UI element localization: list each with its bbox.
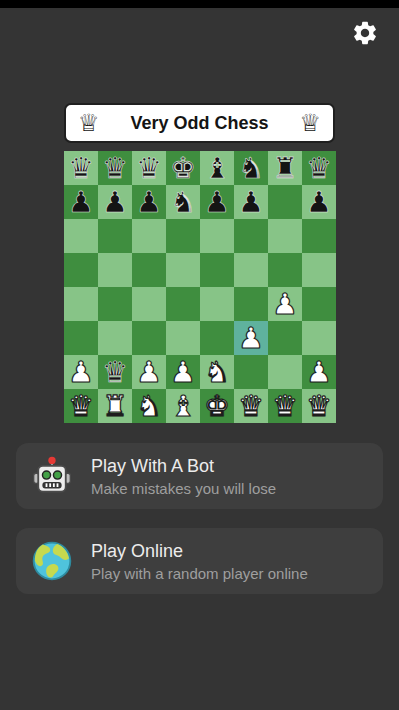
settings-gear-icon [351,33,379,50]
board-square-f6[interactable] [234,219,268,253]
board-square-d3[interactable] [166,321,200,355]
board-square-h7[interactable]: ♟ [302,185,336,219]
white-queen-piece: ♛ [306,389,332,423]
board-square-a4[interactable] [64,287,98,321]
robot-icon [30,454,74,498]
white-bishop-piece: ♝ [170,389,196,423]
board-square-a8[interactable]: ♛ [64,151,98,185]
white-pawn-piece: ♟ [272,287,298,321]
board-square-a3[interactable] [64,321,98,355]
board-square-a6[interactable] [64,219,98,253]
play-with-bot-button[interactable]: Play With A Bot Make mistakes you will l… [16,443,383,509]
white-queen-piece: ♛ [272,389,298,423]
play-online-button[interactable]: Play Online Play with a random player on… [16,528,383,594]
board-square-a7[interactable]: ♟ [64,185,98,219]
board-square-e3[interactable] [200,321,234,355]
board-square-b3[interactable] [98,321,132,355]
board-square-b8[interactable]: ♛ [98,151,132,185]
white-king-piece: ♚ [204,389,230,423]
board-square-h6[interactable] [302,219,336,253]
board-square-a1[interactable]: ♛ [64,389,98,423]
white-knight-piece: ♞ [136,389,162,423]
board-square-g6[interactable] [268,219,302,253]
board-square-h1[interactable]: ♛ [302,389,336,423]
black-pawn-piece: ♟ [306,185,332,219]
black-pawn-piece: ♟ [68,185,94,219]
board-square-f7[interactable]: ♟ [234,185,268,219]
board-square-e1[interactable]: ♚ [200,389,234,423]
board-square-h3[interactable] [302,321,336,355]
white-queen-piece: ♛ [238,389,264,423]
board-square-h4[interactable] [302,287,336,321]
board-square-g7[interactable] [268,185,302,219]
black-knight-piece: ♞ [238,151,264,185]
black-queen-piece: ♛ [306,151,332,185]
white-pawn-piece: ♟ [306,355,332,389]
board-square-f8[interactable]: ♞ [234,151,268,185]
board-square-e4[interactable] [200,287,234,321]
board-square-e2[interactable]: ♞ [200,355,234,389]
board-square-c5[interactable] [132,253,166,287]
play-with-bot-subtitle: Make mistakes you will lose [91,480,276,497]
board-square-f1[interactable]: ♛ [234,389,268,423]
white-knight-piece: ♞ [204,355,230,389]
board-square-a2[interactable]: ♟ [64,355,98,389]
black-pawn-piece: ♟ [136,185,162,219]
black-queen-piece: ♛ [136,151,162,185]
board-square-c6[interactable] [132,219,166,253]
board-square-b2[interactable]: ♛ [98,355,132,389]
board-square-g5[interactable] [268,253,302,287]
settings-button[interactable] [351,19,379,47]
board-square-e5[interactable] [200,253,234,287]
board-square-c1[interactable]: ♞ [132,389,166,423]
board-square-b6[interactable] [98,219,132,253]
play-online-label: Play Online [91,541,308,562]
board-square-e8[interactable]: ♝ [200,151,234,185]
board-square-b5[interactable] [98,253,132,287]
board-square-h2[interactable]: ♟ [302,355,336,389]
board-square-c2[interactable]: ♟ [132,355,166,389]
white-pawn-piece: ♟ [68,355,94,389]
black-king-piece: ♚ [170,151,196,185]
white-queen-piece: ♛ [68,389,94,423]
board-square-g1[interactable]: ♛ [268,389,302,423]
black-rook-piece: ♜ [272,151,298,185]
white-queen-icon: ♕ [78,111,100,135]
board-square-c4[interactable] [132,287,166,321]
board-square-g3[interactable] [268,321,302,355]
title-card: ♕ Very Odd Chess ♕ [64,103,335,143]
board-square-d1[interactable]: ♝ [166,389,200,423]
black-pawn-piece: ♟ [204,185,230,219]
globe-icon [30,539,74,583]
board-square-d2[interactable]: ♟ [166,355,200,389]
board-square-e7[interactable]: ♟ [200,185,234,219]
board-square-g8[interactable]: ♜ [268,151,302,185]
black-knight-piece: ♞ [170,185,196,219]
board-square-c8[interactable]: ♛ [132,151,166,185]
board-square-c3[interactable] [132,321,166,355]
board-square-b7[interactable]: ♟ [98,185,132,219]
black-pawn-piece: ♟ [102,185,128,219]
board-square-h5[interactable] [302,253,336,287]
white-pawn-piece: ♟ [136,355,162,389]
black-queen-piece: ♛ [102,355,128,389]
black-bishop-piece: ♝ [204,151,230,185]
play-online-subtitle: Play with a random player online [91,565,308,582]
white-queen-icon: ♕ [299,111,321,135]
black-queen-piece: ♛ [68,151,94,185]
board-square-d6[interactable] [166,219,200,253]
board-square-b4[interactable] [98,287,132,321]
board-square-e6[interactable] [200,219,234,253]
black-queen-piece: ♛ [102,151,128,185]
white-pawn-piece: ♟ [238,321,264,355]
play-with-bot-label: Play With A Bot [91,456,276,477]
board-square-c7[interactable]: ♟ [132,185,166,219]
board-square-f5[interactable] [234,253,268,287]
board-square-d7[interactable]: ♞ [166,185,200,219]
board-square-d5[interactable] [166,253,200,287]
chess-board[interactable]: ♛♛♛♚♝♞♜♛♟♟♟♞♟♟♟♟♟♟♛♟♟♞♟♛♜♞♝♚♛♛♛ [64,151,336,423]
board-square-g4[interactable]: ♟ [268,287,302,321]
white-pawn-piece: ♟ [170,355,196,389]
board-square-d4[interactable] [166,287,200,321]
board-square-f2[interactable] [234,355,268,389]
board-square-h8[interactable]: ♛ [302,151,336,185]
board-square-g2[interactable] [268,355,302,389]
page-title: Very Odd Chess [130,113,268,134]
board-square-a5[interactable] [64,253,98,287]
board-square-f4[interactable] [234,287,268,321]
status-bar [0,0,399,8]
board-square-f3[interactable]: ♟ [234,321,268,355]
board-square-d8[interactable]: ♚ [166,151,200,185]
white-rook-piece: ♜ [102,389,128,423]
black-pawn-piece: ♟ [238,185,264,219]
board-square-b1[interactable]: ♜ [98,389,132,423]
